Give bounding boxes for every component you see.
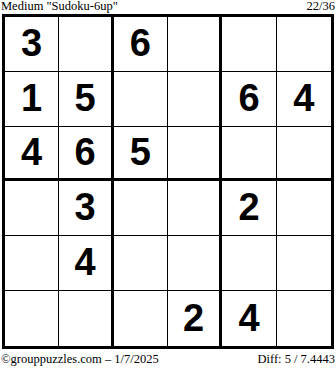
cell-r6c4[interactable]: 2 — [168, 291, 222, 346]
cell-r3c3[interactable]: 5 — [114, 127, 168, 182]
cell-r1c4[interactable] — [168, 17, 222, 72]
cell-r2c1[interactable]: 1 — [5, 72, 59, 127]
cell-r1c1[interactable]: 3 — [5, 17, 59, 72]
cell-r4c1[interactable] — [5, 181, 59, 236]
cell-r3c5[interactable] — [222, 127, 276, 182]
cell-r6c1[interactable] — [5, 291, 59, 346]
cell-r6c6[interactable] — [277, 291, 331, 346]
cell-r5c6[interactable] — [277, 236, 331, 291]
cell-r1c2[interactable] — [59, 17, 113, 72]
cell-r4c2[interactable]: 3 — [59, 181, 113, 236]
cell-r3c2[interactable]: 6 — [59, 127, 113, 182]
cell-r6c5[interactable]: 4 — [222, 291, 276, 346]
cell-r4c4[interactable] — [168, 181, 222, 236]
cell-r2c3[interactable] — [114, 72, 168, 127]
cell-r5c4[interactable] — [168, 236, 222, 291]
puzzle-counter: 22/36 — [307, 0, 336, 13]
copyright-text: ©grouppuzzles.com – 1/7/2025 — [0, 352, 159, 366]
cell-r5c1[interactable] — [5, 236, 59, 291]
difficulty-text: Diff: 5 / 7.4443 — [257, 352, 336, 366]
sudoku-board: 36156446532424 — [2, 14, 334, 349]
cell-r5c5[interactable] — [222, 236, 276, 291]
cell-r4c3[interactable] — [114, 181, 168, 236]
cell-r1c5[interactable] — [222, 17, 276, 72]
cell-r1c6[interactable] — [277, 17, 331, 72]
cell-r4c5[interactable]: 2 — [222, 181, 276, 236]
cell-r2c6[interactable]: 4 — [277, 72, 331, 127]
cell-r2c2[interactable]: 5 — [59, 72, 113, 127]
cell-r2c5[interactable]: 6 — [222, 72, 276, 127]
cell-r3c1[interactable]: 4 — [5, 127, 59, 182]
cell-r1c3[interactable]: 6 — [114, 17, 168, 72]
cell-r6c2[interactable] — [59, 291, 113, 346]
header: Medium "Sudoku-6up" 22/36 — [0, 0, 336, 14]
cell-r6c3[interactable] — [114, 291, 168, 346]
cell-r3c6[interactable] — [277, 127, 331, 182]
cell-r4c6[interactable] — [277, 181, 331, 236]
cell-r3c4[interactable] — [168, 127, 222, 182]
footer: ©grouppuzzles.com – 1/7/2025 Diff: 5 / 7… — [0, 352, 336, 368]
cell-r5c3[interactable] — [114, 236, 168, 291]
cell-r2c4[interactable] — [168, 72, 222, 127]
puzzle-title: Medium "Sudoku-6up" — [0, 0, 118, 13]
cell-r5c2[interactable]: 4 — [59, 236, 113, 291]
